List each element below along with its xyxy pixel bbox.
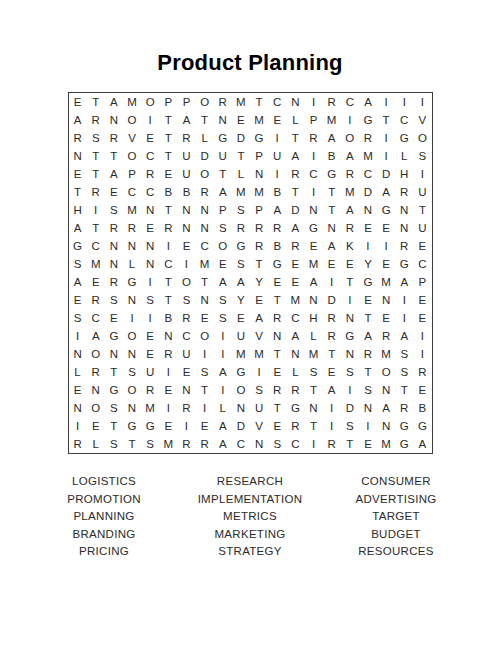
grid-cell-r13c3[interactable]: E	[105, 309, 123, 327]
grid-cell-r4c8[interactable]: D	[196, 147, 214, 165]
grid-cell-r5c5[interactable]: R	[141, 165, 159, 183]
grid-cell-r6c7[interactable]: B	[177, 183, 195, 201]
grid-cell-r18c3[interactable]: S	[105, 399, 123, 417]
grid-cell-r6c6[interactable]: B	[159, 183, 177, 201]
grid-cell-r20c3[interactable]: S	[105, 435, 123, 453]
grid-cell-r8c5[interactable]: E	[141, 219, 159, 237]
grid-cell-r7c20[interactable]: T	[413, 201, 431, 219]
grid-cell-r10c10[interactable]: S	[232, 255, 250, 273]
grid-cell-r2c1[interactable]: A	[69, 111, 87, 129]
grid-cell-r19c11[interactable]: V	[250, 417, 268, 435]
grid-cell-r19c12[interactable]: E	[268, 417, 286, 435]
grid-cell-r16c8[interactable]: S	[196, 363, 214, 381]
grid-cell-r13c12[interactable]: R	[268, 309, 286, 327]
grid-cell-r8c4[interactable]: R	[123, 219, 141, 237]
grid-cell-r5c12[interactable]: I	[268, 165, 286, 183]
grid-cell-r3c3[interactable]: R	[105, 129, 123, 147]
grid-cell-r2c13[interactable]: L	[286, 111, 304, 129]
grid-cell-r15c4[interactable]: N	[123, 345, 141, 363]
grid-cell-r4c18[interactable]: I	[377, 147, 395, 165]
grid-cell-r1c14[interactable]: I	[304, 93, 322, 111]
grid-cell-r19c13[interactable]: R	[286, 417, 304, 435]
grid-cell-r13c11[interactable]: A	[250, 309, 268, 327]
grid-cell-r8c7[interactable]: N	[177, 219, 195, 237]
grid-cell-r1c17[interactable]: A	[359, 93, 377, 111]
grid-cell-r11c20[interactable]: P	[413, 273, 431, 291]
grid-cell-r13c13[interactable]: C	[286, 309, 304, 327]
grid-cell-r14c17[interactable]: A	[359, 327, 377, 345]
grid-cell-r4c17[interactable]: M	[359, 147, 377, 165]
grid-cell-r18c12[interactable]: T	[268, 399, 286, 417]
grid-cell-r6c10[interactable]: M	[232, 183, 250, 201]
grid-cell-r10c6[interactable]: C	[159, 255, 177, 273]
grid-cell-r14c19[interactable]: A	[395, 327, 413, 345]
grid-cell-r17c12[interactable]: R	[268, 381, 286, 399]
grid-cell-r16c13[interactable]: L	[286, 363, 304, 381]
grid-cell-r10c12[interactable]: G	[268, 255, 286, 273]
grid-cell-r3c15[interactable]: A	[323, 129, 341, 147]
grid-cell-r6c9[interactable]: A	[214, 183, 232, 201]
grid-cell-r11c15[interactable]: I	[323, 273, 341, 291]
grid-cell-r15c20[interactable]: I	[413, 345, 431, 363]
grid-cell-r14c2[interactable]: A	[87, 327, 105, 345]
grid-cell-r1c6[interactable]: P	[159, 93, 177, 111]
grid-cell-r5c19[interactable]: H	[395, 165, 413, 183]
grid-cell-r13c2[interactable]: C	[87, 309, 105, 327]
grid-cell-r7c7[interactable]: N	[177, 201, 195, 219]
grid-cell-r5c4[interactable]: P	[123, 165, 141, 183]
grid-cell-r12c5[interactable]: S	[141, 291, 159, 309]
grid-cell-r18c1[interactable]: N	[69, 399, 87, 417]
grid-cell-r1c16[interactable]: C	[341, 93, 359, 111]
grid-cell-r11c2[interactable]: E	[87, 273, 105, 291]
grid-cell-r18c6[interactable]: I	[159, 399, 177, 417]
grid-cell-r12c12[interactable]: T	[268, 291, 286, 309]
grid-cell-r6c11[interactable]: M	[250, 183, 268, 201]
grid-cell-r6c4[interactable]: C	[123, 183, 141, 201]
grid-cell-r12c20[interactable]: E	[413, 291, 431, 309]
grid-cell-r12c18[interactable]: N	[377, 291, 395, 309]
grid-cell-r12c7[interactable]: S	[177, 291, 195, 309]
grid-cell-r17c11[interactable]: S	[250, 381, 268, 399]
grid-cell-r5c13[interactable]: R	[286, 165, 304, 183]
grid-cell-r14c5[interactable]: E	[141, 327, 159, 345]
grid-cell-r1c7[interactable]: P	[177, 93, 195, 111]
grid-cell-r15c17[interactable]: R	[359, 345, 377, 363]
grid-cell-r3c9[interactable]: G	[214, 129, 232, 147]
grid-cell-r14c15[interactable]: R	[323, 327, 341, 345]
grid-cell-r5c9[interactable]: T	[214, 165, 232, 183]
grid-cell-r7c12[interactable]: A	[268, 201, 286, 219]
grid-cell-r9c19[interactable]: R	[395, 237, 413, 255]
grid-cell-r4c4[interactable]: O	[123, 147, 141, 165]
grid-cell-r8c16[interactable]: R	[341, 219, 359, 237]
grid-cell-r4c6[interactable]: T	[159, 147, 177, 165]
grid-cell-r15c12[interactable]: T	[268, 345, 286, 363]
grid-cell-r20c6[interactable]: M	[159, 435, 177, 453]
grid-cell-r6c3[interactable]: E	[105, 183, 123, 201]
grid-cell-r18c5[interactable]: M	[141, 399, 159, 417]
grid-cell-r6c18[interactable]: A	[377, 183, 395, 201]
grid-cell-r12c2[interactable]: R	[87, 291, 105, 309]
grid-cell-r5c8[interactable]: O	[196, 165, 214, 183]
grid-cell-r2c14[interactable]: P	[304, 111, 322, 129]
grid-cell-r18c10[interactable]: N	[232, 399, 250, 417]
grid-cell-r5c3[interactable]: A	[105, 165, 123, 183]
grid-cell-r9c4[interactable]: N	[123, 237, 141, 255]
grid-cell-r9c3[interactable]: N	[105, 237, 123, 255]
grid-cell-r3c6[interactable]: T	[159, 129, 177, 147]
grid-cell-r20c15[interactable]: R	[323, 435, 341, 453]
grid-cell-r14c14[interactable]: L	[304, 327, 322, 345]
grid-cell-r11c10[interactable]: A	[232, 273, 250, 291]
grid-cell-r8c15[interactable]: N	[323, 219, 341, 237]
grid-cell-r3c20[interactable]: O	[413, 129, 431, 147]
grid-cell-r12c9[interactable]: S	[214, 291, 232, 309]
grid-cell-r14c20[interactable]: I	[413, 327, 431, 345]
grid-cell-r1c1[interactable]: E	[69, 93, 87, 111]
grid-cell-r18c15[interactable]: I	[323, 399, 341, 417]
grid-cell-r2c19[interactable]: C	[395, 111, 413, 129]
grid-cell-r10c9[interactable]: E	[214, 255, 232, 273]
grid-cell-r1c11[interactable]: T	[250, 93, 268, 111]
grid-cell-r13c9[interactable]: S	[214, 309, 232, 327]
grid-cell-r7c14[interactable]: N	[304, 201, 322, 219]
grid-cell-r6c5[interactable]: C	[141, 183, 159, 201]
grid-cell-r10c8[interactable]: M	[196, 255, 214, 273]
grid-cell-r6c12[interactable]: B	[268, 183, 286, 201]
grid-cell-r5c18[interactable]: D	[377, 165, 395, 183]
grid-cell-r15c16[interactable]: N	[341, 345, 359, 363]
grid-cell-r18c13[interactable]: G	[286, 399, 304, 417]
grid-cell-r2c9[interactable]: N	[214, 111, 232, 129]
grid-cell-r7c13[interactable]: D	[286, 201, 304, 219]
grid-cell-r5c1[interactable]: E	[69, 165, 87, 183]
grid-cell-r10c20[interactable]: C	[413, 255, 431, 273]
grid-cell-r16c16[interactable]: S	[341, 363, 359, 381]
grid-cell-r2c6[interactable]: T	[159, 111, 177, 129]
grid-cell-r17c6[interactable]: E	[159, 381, 177, 399]
grid-cell-r7c6[interactable]: T	[159, 201, 177, 219]
grid-cell-r15c10[interactable]: M	[232, 345, 250, 363]
grid-cell-r4c1[interactable]: N	[69, 147, 87, 165]
grid-cell-r2c17[interactable]: G	[359, 111, 377, 129]
grid-cell-r2c8[interactable]: T	[196, 111, 214, 129]
grid-cell-r20c4[interactable]: T	[123, 435, 141, 453]
grid-cell-r5c17[interactable]: C	[359, 165, 377, 183]
grid-cell-r9c10[interactable]: G	[232, 237, 250, 255]
grid-cell-r16c4[interactable]: S	[123, 363, 141, 381]
grid-cell-r14c1[interactable]: I	[69, 327, 87, 345]
grid-cell-r19c3[interactable]: T	[105, 417, 123, 435]
grid-cell-r2c11[interactable]: M	[250, 111, 268, 129]
grid-cell-r17c7[interactable]: N	[177, 381, 195, 399]
grid-cell-r2c20[interactable]: V	[413, 111, 431, 129]
grid-cell-r11c14[interactable]: A	[304, 273, 322, 291]
grid-cell-r13c17[interactable]: T	[359, 309, 377, 327]
grid-cell-r2c16[interactable]: I	[341, 111, 359, 129]
grid-cell-r10c15[interactable]: E	[323, 255, 341, 273]
grid-cell-r2c3[interactable]: N	[105, 111, 123, 129]
grid-cell-r1c20[interactable]: I	[413, 93, 431, 111]
grid-cell-r19c5[interactable]: G	[141, 417, 159, 435]
grid-cell-r3c19[interactable]: G	[395, 129, 413, 147]
grid-cell-r8c3[interactable]: R	[105, 219, 123, 237]
grid-cell-r5c10[interactable]: L	[232, 165, 250, 183]
grid-cell-r11c19[interactable]: A	[395, 273, 413, 291]
grid-cell-r7c5[interactable]: N	[141, 201, 159, 219]
grid-cell-r15c15[interactable]: T	[323, 345, 341, 363]
grid-cell-r18c2[interactable]: O	[87, 399, 105, 417]
grid-cell-r20c7[interactable]: R	[177, 435, 195, 453]
grid-cell-r20c2[interactable]: L	[87, 435, 105, 453]
grid-cell-r14c7[interactable]: C	[177, 327, 195, 345]
grid-cell-r8c2[interactable]: T	[87, 219, 105, 237]
grid-cell-r2c12[interactable]: E	[268, 111, 286, 129]
grid-cell-r14c13[interactable]: A	[286, 327, 304, 345]
grid-cell-r16c7[interactable]: E	[177, 363, 195, 381]
grid-cell-r9c13[interactable]: R	[286, 237, 304, 255]
grid-cell-r18c18[interactable]: A	[377, 399, 395, 417]
grid-cell-r18c19[interactable]: R	[395, 399, 413, 417]
grid-cell-r6c19[interactable]: R	[395, 183, 413, 201]
grid-cell-r20c1[interactable]: R	[69, 435, 87, 453]
grid-cell-r4c9[interactable]: U	[214, 147, 232, 165]
grid-cell-r2c15[interactable]: M	[323, 111, 341, 129]
grid-cell-r10c14[interactable]: M	[304, 255, 322, 273]
grid-cell-r15c19[interactable]: S	[395, 345, 413, 363]
grid-cell-r3c18[interactable]: I	[377, 129, 395, 147]
grid-cell-r15c6[interactable]: R	[159, 345, 177, 363]
grid-cell-r8c11[interactable]: R	[250, 219, 268, 237]
grid-cell-r20c14[interactable]: I	[304, 435, 322, 453]
grid-cell-r19c2[interactable]: E	[87, 417, 105, 435]
grid-cell-r17c4[interactable]: O	[123, 381, 141, 399]
grid-cell-r13c19[interactable]: I	[395, 309, 413, 327]
grid-cell-r11c18[interactable]: M	[377, 273, 395, 291]
grid-cell-r20c9[interactable]: A	[214, 435, 232, 453]
grid-cell-r15c13[interactable]: N	[286, 345, 304, 363]
grid-cell-r10c16[interactable]: E	[341, 255, 359, 273]
grid-cell-r13c6[interactable]: B	[159, 309, 177, 327]
grid-cell-r1c8[interactable]: O	[196, 93, 214, 111]
grid-cell-r20c18[interactable]: M	[377, 435, 395, 453]
grid-cell-r18c14[interactable]: N	[304, 399, 322, 417]
grid-cell-r9c18[interactable]: I	[377, 237, 395, 255]
grid-cell-r17c5[interactable]: R	[141, 381, 159, 399]
grid-cell-r1c2[interactable]: T	[87, 93, 105, 111]
grid-cell-r2c4[interactable]: O	[123, 111, 141, 129]
grid-cell-r16c2[interactable]: R	[87, 363, 105, 381]
grid-cell-r7c18[interactable]: G	[377, 201, 395, 219]
grid-cell-r14c10[interactable]: U	[232, 327, 250, 345]
grid-cell-r8c18[interactable]: E	[377, 219, 395, 237]
grid-cell-r20c12[interactable]: S	[268, 435, 286, 453]
grid-cell-r14c9[interactable]: I	[214, 327, 232, 345]
grid-cell-r19c17[interactable]: I	[359, 417, 377, 435]
grid-cell-r15c9[interactable]: I	[214, 345, 232, 363]
grid-cell-r6c1[interactable]: T	[69, 183, 87, 201]
grid-cell-r11c17[interactable]: G	[359, 273, 377, 291]
grid-cell-r15c1[interactable]: N	[69, 345, 87, 363]
grid-cell-r16c18[interactable]: O	[377, 363, 395, 381]
grid-cell-r5c2[interactable]: T	[87, 165, 105, 183]
grid-cell-r17c1[interactable]: E	[69, 381, 87, 399]
grid-cell-r4c14[interactable]: I	[304, 147, 322, 165]
grid-cell-r9c1[interactable]: G	[69, 237, 87, 255]
grid-cell-r14c18[interactable]: R	[377, 327, 395, 345]
grid-cell-r8c19[interactable]: N	[395, 219, 413, 237]
grid-cell-r15c11[interactable]: M	[250, 345, 268, 363]
grid-cell-r18c9[interactable]: L	[214, 399, 232, 417]
grid-cell-r6c17[interactable]: D	[359, 183, 377, 201]
grid-cell-r1c12[interactable]: C	[268, 93, 286, 111]
grid-cell-r14c12[interactable]: N	[268, 327, 286, 345]
grid-cell-r7c3[interactable]: S	[105, 201, 123, 219]
grid-cell-r16c15[interactable]: E	[323, 363, 341, 381]
grid-cell-r4c10[interactable]: T	[232, 147, 250, 165]
grid-cell-r7c9[interactable]: P	[214, 201, 232, 219]
grid-cell-r14c4[interactable]: O	[123, 327, 141, 345]
grid-cell-r3c10[interactable]: D	[232, 129, 250, 147]
grid-cell-r7c16[interactable]: A	[341, 201, 359, 219]
grid-cell-r9c2[interactable]: C	[87, 237, 105, 255]
grid-cell-r18c7[interactable]: R	[177, 399, 195, 417]
grid-cell-r6c15[interactable]: T	[323, 183, 341, 201]
grid-cell-r3c11[interactable]: G	[250, 129, 268, 147]
grid-cell-r15c3[interactable]: N	[105, 345, 123, 363]
grid-cell-r9c5[interactable]: N	[141, 237, 159, 255]
grid-cell-r10c7[interactable]: I	[177, 255, 195, 273]
grid-cell-r3c7[interactable]: R	[177, 129, 195, 147]
grid-cell-r1c9[interactable]: R	[214, 93, 232, 111]
grid-cell-r19c19[interactable]: G	[395, 417, 413, 435]
grid-cell-r17c13[interactable]: R	[286, 381, 304, 399]
grid-cell-r11c3[interactable]: R	[105, 273, 123, 291]
grid-cell-r3c16[interactable]: O	[341, 129, 359, 147]
grid-cell-r11c7[interactable]: O	[177, 273, 195, 291]
grid-cell-r7c10[interactable]: S	[232, 201, 250, 219]
grid-cell-r8c10[interactable]: R	[232, 219, 250, 237]
grid-cell-r11c12[interactable]: E	[268, 273, 286, 291]
grid-cell-r10c2[interactable]: M	[87, 255, 105, 273]
grid-cell-r6c16[interactable]: M	[341, 183, 359, 201]
grid-cell-r12c15[interactable]: D	[323, 291, 341, 309]
grid-cell-r17c14[interactable]: T	[304, 381, 322, 399]
grid-cell-r16c11[interactable]: I	[250, 363, 268, 381]
grid-cell-r10c11[interactable]: T	[250, 255, 268, 273]
grid-cell-r8c14[interactable]: G	[304, 219, 322, 237]
grid-cell-r15c8[interactable]: I	[196, 345, 214, 363]
grid-cell-r9c16[interactable]: K	[341, 237, 359, 255]
grid-cell-r11c1[interactable]: A	[69, 273, 87, 291]
grid-cell-r13c10[interactable]: E	[232, 309, 250, 327]
grid-cell-r17c20[interactable]: E	[413, 381, 431, 399]
grid-cell-r5c6[interactable]: E	[159, 165, 177, 183]
grid-cell-r14c3[interactable]: G	[105, 327, 123, 345]
grid-cell-r9c14[interactable]: E	[304, 237, 322, 255]
grid-cell-r1c15[interactable]: R	[323, 93, 341, 111]
grid-cell-r19c6[interactable]: E	[159, 417, 177, 435]
grid-cell-r17c8[interactable]: T	[196, 381, 214, 399]
grid-cell-r19c7[interactable]: I	[177, 417, 195, 435]
grid-cell-r9c11[interactable]: R	[250, 237, 268, 255]
grid-cell-r17c10[interactable]: O	[232, 381, 250, 399]
grid-cell-r13c18[interactable]: E	[377, 309, 395, 327]
grid-cell-r20c8[interactable]: R	[196, 435, 214, 453]
grid-cell-r15c2[interactable]: O	[87, 345, 105, 363]
grid-cell-r5c20[interactable]: I	[413, 165, 431, 183]
grid-cell-r16c14[interactable]: S	[304, 363, 322, 381]
grid-cell-r3c17[interactable]: R	[359, 129, 377, 147]
grid-cell-r13c5[interactable]: I	[141, 309, 159, 327]
grid-cell-r19c18[interactable]: N	[377, 417, 395, 435]
grid-cell-r18c16[interactable]: D	[341, 399, 359, 417]
grid-cell-r18c11[interactable]: U	[250, 399, 268, 417]
grid-cell-r7c17[interactable]: N	[359, 201, 377, 219]
grid-cell-r16c20[interactable]: R	[413, 363, 431, 381]
grid-cell-r20c11[interactable]: N	[250, 435, 268, 453]
grid-cell-r17c3[interactable]: G	[105, 381, 123, 399]
grid-cell-r20c20[interactable]: A	[413, 435, 431, 453]
grid-cell-r11c4[interactable]: G	[123, 273, 141, 291]
grid-cell-r13c15[interactable]: R	[323, 309, 341, 327]
grid-cell-r12c4[interactable]: N	[123, 291, 141, 309]
grid-cell-r8c8[interactable]: N	[196, 219, 214, 237]
grid-cell-r8c6[interactable]: R	[159, 219, 177, 237]
grid-cell-r7c8[interactable]: N	[196, 201, 214, 219]
grid-cell-r2c18[interactable]: T	[377, 111, 395, 129]
grid-cell-r15c5[interactable]: E	[141, 345, 159, 363]
grid-cell-r4c20[interactable]: S	[413, 147, 431, 165]
grid-cell-r13c1[interactable]: S	[69, 309, 87, 327]
grid-cell-r17c19[interactable]: T	[395, 381, 413, 399]
grid-cell-r4c3[interactable]: T	[105, 147, 123, 165]
grid-cell-r19c8[interactable]: E	[196, 417, 214, 435]
grid-cell-r13c4[interactable]: I	[123, 309, 141, 327]
grid-cell-r20c16[interactable]: T	[341, 435, 359, 453]
grid-cell-r3c12[interactable]: I	[268, 129, 286, 147]
grid-cell-r3c4[interactable]: V	[123, 129, 141, 147]
grid-cell-r11c8[interactable]: T	[196, 273, 214, 291]
grid-cell-r8c20[interactable]: U	[413, 219, 431, 237]
grid-cell-r9c8[interactable]: C	[196, 237, 214, 255]
grid-cell-r4c15[interactable]: B	[323, 147, 341, 165]
grid-cell-r8c12[interactable]: R	[268, 219, 286, 237]
grid-cell-r13c14[interactable]: H	[304, 309, 322, 327]
grid-cell-r20c5[interactable]: S	[141, 435, 159, 453]
grid-cell-r19c20[interactable]: G	[413, 417, 431, 435]
grid-cell-r14c11[interactable]: V	[250, 327, 268, 345]
grid-cell-r19c15[interactable]: I	[323, 417, 341, 435]
grid-cell-r20c13[interactable]: C	[286, 435, 304, 453]
grid-cell-r12c8[interactable]: N	[196, 291, 214, 309]
grid-cell-r5c7[interactable]: U	[177, 165, 195, 183]
grid-cell-r14c6[interactable]: N	[159, 327, 177, 345]
grid-cell-r12c6[interactable]: T	[159, 291, 177, 309]
grid-cell-r10c18[interactable]: E	[377, 255, 395, 273]
grid-cell-r13c16[interactable]: N	[341, 309, 359, 327]
grid-cell-r9c7[interactable]: E	[177, 237, 195, 255]
grid-cell-r4c7[interactable]: U	[177, 147, 195, 165]
grid-cell-r1c18[interactable]: I	[377, 93, 395, 111]
grid-cell-r19c4[interactable]: G	[123, 417, 141, 435]
grid-cell-r19c16[interactable]: S	[341, 417, 359, 435]
grid-cell-r12c13[interactable]: M	[286, 291, 304, 309]
grid-cell-r4c19[interactable]: L	[395, 147, 413, 165]
grid-cell-r11c11[interactable]: Y	[250, 273, 268, 291]
grid-cell-r5c11[interactable]: N	[250, 165, 268, 183]
